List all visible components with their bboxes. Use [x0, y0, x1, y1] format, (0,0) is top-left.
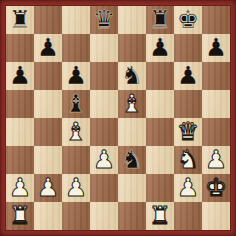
square-h6[interactable]: [202, 62, 230, 90]
square-f2[interactable]: [146, 174, 174, 202]
square-b6[interactable]: [34, 62, 62, 90]
square-c2[interactable]: ♟: [62, 174, 90, 202]
piece-white-knight[interactable]: ♞: [177, 146, 199, 174]
square-a3[interactable]: [6, 146, 34, 174]
square-e2[interactable]: [118, 174, 146, 202]
square-f3[interactable]: [146, 146, 174, 174]
square-a5[interactable]: [6, 90, 34, 118]
square-b8[interactable]: [34, 6, 62, 34]
square-a1[interactable]: ♜: [6, 202, 34, 230]
square-e8[interactable]: [118, 6, 146, 34]
square-h4[interactable]: [202, 118, 230, 146]
square-d6[interactable]: [90, 62, 118, 90]
square-b3[interactable]: [34, 146, 62, 174]
piece-white-pawn[interactable]: ♟: [177, 174, 199, 202]
square-a2[interactable]: ♟: [6, 174, 34, 202]
square-g1[interactable]: [174, 202, 202, 230]
piece-white-bishop[interactable]: ♝: [121, 90, 143, 118]
square-d4[interactable]: [90, 118, 118, 146]
square-g6[interactable]: ♟: [174, 62, 202, 90]
square-a8[interactable]: ♜: [6, 6, 34, 34]
square-e4[interactable]: [118, 118, 146, 146]
piece-white-pawn[interactable]: ♟: [93, 146, 115, 174]
square-b1[interactable]: [34, 202, 62, 230]
piece-white-king[interactable]: ♚: [205, 174, 227, 202]
square-a7[interactable]: [6, 34, 34, 62]
piece-black-king[interactable]: ♚: [177, 6, 199, 34]
piece-white-rook[interactable]: ♜: [149, 202, 171, 230]
square-e3[interactable]: ♞: [118, 146, 146, 174]
chess-board: ♜♛♜♚♟♟♟♟♟♞♟♝♝♝♛♟♞♞♟♟♟♟♟♚♜♜: [6, 6, 230, 230]
square-d7[interactable]: [90, 34, 118, 62]
piece-white-queen[interactable]: ♛: [177, 118, 199, 146]
square-b5[interactable]: [34, 90, 62, 118]
square-d8[interactable]: ♛: [90, 6, 118, 34]
square-f1[interactable]: ♜: [146, 202, 174, 230]
piece-black-pawn[interactable]: ♟: [205, 34, 227, 62]
square-g3[interactable]: ♞: [174, 146, 202, 174]
square-f8[interactable]: ♜: [146, 6, 174, 34]
square-c1[interactable]: [62, 202, 90, 230]
piece-white-pawn[interactable]: ♟: [65, 174, 87, 202]
piece-black-knight[interactable]: ♞: [121, 62, 143, 90]
square-h2[interactable]: ♚: [202, 174, 230, 202]
square-f7[interactable]: ♟: [146, 34, 174, 62]
piece-white-pawn[interactable]: ♟: [37, 174, 59, 202]
square-f4[interactable]: [146, 118, 174, 146]
square-c7[interactable]: [62, 34, 90, 62]
chess-diagram-frame: ♜♛♜♚♟♟♟♟♟♞♟♝♝♝♛♟♞♞♟♟♟♟♟♚♜♜: [0, 0, 236, 236]
square-h1[interactable]: [202, 202, 230, 230]
piece-black-pawn[interactable]: ♟: [149, 34, 171, 62]
piece-black-rook[interactable]: ♜: [9, 6, 31, 34]
square-d1[interactable]: [90, 202, 118, 230]
square-g8[interactable]: ♚: [174, 6, 202, 34]
square-e5[interactable]: ♝: [118, 90, 146, 118]
square-f6[interactable]: [146, 62, 174, 90]
square-d5[interactable]: [90, 90, 118, 118]
piece-black-pawn[interactable]: ♟: [37, 34, 59, 62]
square-b7[interactable]: ♟: [34, 34, 62, 62]
piece-black-queen[interactable]: ♛: [93, 6, 115, 34]
square-b4[interactable]: [34, 118, 62, 146]
square-e1[interactable]: [118, 202, 146, 230]
square-c8[interactable]: [62, 6, 90, 34]
square-d2[interactable]: [90, 174, 118, 202]
piece-white-pawn[interactable]: ♟: [205, 146, 227, 174]
square-c6[interactable]: ♟: [62, 62, 90, 90]
piece-black-rook[interactable]: ♜: [149, 6, 171, 34]
square-d3[interactable]: ♟: [90, 146, 118, 174]
square-g7[interactable]: [174, 34, 202, 62]
square-c5[interactable]: ♝: [62, 90, 90, 118]
square-a6[interactable]: ♟: [6, 62, 34, 90]
piece-black-pawn[interactable]: ♟: [65, 62, 87, 90]
square-c4[interactable]: ♝: [62, 118, 90, 146]
square-g4[interactable]: ♛: [174, 118, 202, 146]
square-h7[interactable]: ♟: [202, 34, 230, 62]
piece-white-bishop[interactable]: ♝: [65, 118, 87, 146]
square-e6[interactable]: ♞: [118, 62, 146, 90]
square-f5[interactable]: [146, 90, 174, 118]
piece-black-knight[interactable]: ♞: [121, 146, 143, 174]
piece-white-pawn[interactable]: ♟: [9, 174, 31, 202]
square-h8[interactable]: [202, 6, 230, 34]
square-h5[interactable]: [202, 90, 230, 118]
piece-black-pawn[interactable]: ♟: [9, 62, 31, 90]
square-g2[interactable]: ♟: [174, 174, 202, 202]
square-g5[interactable]: [174, 90, 202, 118]
piece-black-pawn[interactable]: ♟: [177, 62, 199, 90]
piece-white-rook[interactable]: ♜: [9, 202, 31, 230]
square-a4[interactable]: [6, 118, 34, 146]
piece-black-bishop[interactable]: ♝: [65, 90, 87, 118]
square-h3[interactable]: ♟: [202, 146, 230, 174]
square-b2[interactable]: ♟: [34, 174, 62, 202]
square-c3[interactable]: [62, 146, 90, 174]
square-e7[interactable]: [118, 34, 146, 62]
